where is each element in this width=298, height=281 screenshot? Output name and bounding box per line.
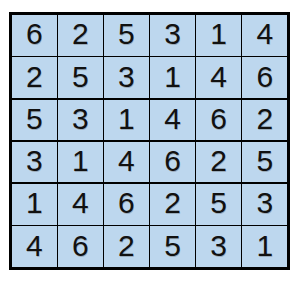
cell-digit: 6 bbox=[164, 146, 181, 176]
cell-digit: 3 bbox=[118, 62, 135, 92]
cell-r4c3: 4 bbox=[104, 142, 149, 183]
cell-digit: 2 bbox=[164, 188, 181, 218]
cell-digit: 4 bbox=[26, 231, 43, 261]
cell-digit: 2 bbox=[210, 146, 227, 176]
cell-r6c4: 5 bbox=[150, 226, 195, 267]
cell-digit: 5 bbox=[26, 104, 43, 134]
cell-digit: 2 bbox=[72, 19, 89, 49]
cell-digit: 6 bbox=[118, 188, 135, 218]
cell-digit: 1 bbox=[118, 104, 135, 134]
cell-r3c5: 6 bbox=[196, 100, 241, 141]
cell-digit: 3 bbox=[72, 104, 89, 134]
cell-r1c3: 5 bbox=[104, 15, 149, 56]
cell-digit: 5 bbox=[256, 146, 273, 176]
cell-r5c5: 5 bbox=[196, 184, 241, 225]
cell-r3c6: 2 bbox=[242, 100, 287, 141]
cell-r6c1: 4 bbox=[12, 226, 57, 267]
latin-square-board: 625314253146531462314625146253462531 bbox=[9, 12, 290, 270]
cell-digit: 5 bbox=[72, 62, 89, 92]
cell-digit: 4 bbox=[118, 146, 135, 176]
cell-r4c5: 2 bbox=[196, 142, 241, 183]
cell-r6c3: 2 bbox=[104, 226, 149, 267]
cell-r1c2: 2 bbox=[58, 15, 103, 56]
cell-digit: 3 bbox=[26, 146, 43, 176]
cell-r5c4: 2 bbox=[150, 184, 195, 225]
cell-r1c5: 1 bbox=[196, 15, 241, 56]
cell-r4c4: 6 bbox=[150, 142, 195, 183]
cell-digit: 2 bbox=[26, 62, 43, 92]
cell-digit: 1 bbox=[210, 19, 227, 49]
cell-r2c2: 5 bbox=[58, 57, 103, 98]
cell-digit: 5 bbox=[118, 19, 135, 49]
cell-r2c4: 1 bbox=[150, 57, 195, 98]
cell-r2c3: 3 bbox=[104, 57, 149, 98]
cell-r2c5: 4 bbox=[196, 57, 241, 98]
cell-r4c1: 3 bbox=[12, 142, 57, 183]
cell-digit: 1 bbox=[26, 188, 43, 218]
cell-r4c2: 1 bbox=[58, 142, 103, 183]
cell-r6c2: 6 bbox=[58, 226, 103, 267]
cell-r6c5: 3 bbox=[196, 226, 241, 267]
cell-r2c1: 2 bbox=[12, 57, 57, 98]
cell-r5c2: 4 bbox=[58, 184, 103, 225]
cell-digit: 6 bbox=[72, 231, 89, 261]
cell-digit: 1 bbox=[256, 231, 273, 261]
cell-r6c6: 1 bbox=[242, 226, 287, 267]
cell-digit: 6 bbox=[210, 104, 227, 134]
cell-digit: 6 bbox=[256, 62, 273, 92]
cell-r5c6: 3 bbox=[242, 184, 287, 225]
cell-digit: 5 bbox=[210, 188, 227, 218]
cell-r1c4: 3 bbox=[150, 15, 195, 56]
cell-digit: 1 bbox=[72, 146, 89, 176]
cell-r3c2: 3 bbox=[58, 100, 103, 141]
cell-digit: 4 bbox=[72, 188, 89, 218]
cell-digit: 2 bbox=[256, 104, 273, 134]
cell-r4c6: 5 bbox=[242, 142, 287, 183]
cell-r3c1: 5 bbox=[12, 100, 57, 141]
cell-r5c3: 6 bbox=[104, 184, 149, 225]
cell-r2c6: 6 bbox=[242, 57, 287, 98]
cell-digit: 4 bbox=[210, 62, 227, 92]
cell-r3c3: 1 bbox=[104, 100, 149, 141]
cell-digit: 3 bbox=[164, 19, 181, 49]
cell-digit: 6 bbox=[26, 19, 43, 49]
cell-digit: 1 bbox=[164, 62, 181, 92]
cell-r5c1: 1 bbox=[12, 184, 57, 225]
cell-r1c6: 4 bbox=[242, 15, 287, 56]
cell-digit: 4 bbox=[164, 104, 181, 134]
cell-r1c1: 6 bbox=[12, 15, 57, 56]
cell-digit: 3 bbox=[256, 188, 273, 218]
cell-digit: 5 bbox=[164, 231, 181, 261]
cell-digit: 3 bbox=[210, 231, 227, 261]
cell-digit: 2 bbox=[118, 231, 135, 261]
cell-digit: 4 bbox=[256, 19, 273, 49]
cell-r3c4: 4 bbox=[150, 100, 195, 141]
